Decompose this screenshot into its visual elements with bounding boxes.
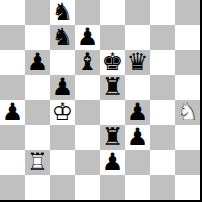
piece-black-knight: ♞: [50, 25, 75, 50]
square-d5[interactable]: [75, 75, 100, 100]
square-c3[interactable]: [50, 125, 75, 150]
square-d8[interactable]: [75, 0, 100, 25]
square-h7[interactable]: [175, 25, 200, 50]
square-a7[interactable]: [0, 25, 25, 50]
square-d6[interactable]: ♝: [75, 50, 100, 75]
square-g5[interactable]: [150, 75, 175, 100]
square-a4[interactable]: ♟: [0, 100, 25, 125]
square-f8[interactable]: [125, 0, 150, 25]
piece-black-pawn: ♟: [50, 75, 75, 100]
piece-black-knight: ♞: [50, 0, 75, 25]
square-c7[interactable]: ♞: [50, 25, 75, 50]
square-c2[interactable]: [50, 150, 75, 175]
square-f3[interactable]: ♟: [125, 125, 150, 150]
square-e4[interactable]: [100, 100, 125, 125]
square-h1[interactable]: [175, 175, 200, 200]
square-a8[interactable]: [0, 0, 25, 25]
chess-board-frame: ♞♞♟♟♝♚♛♟♜♟♚♟♞♜♟♜♟: [0, 0, 202, 202]
square-h6[interactable]: [175, 50, 200, 75]
square-c5[interactable]: ♟: [50, 75, 75, 100]
square-h2[interactable]: [175, 150, 200, 175]
square-h8[interactable]: [175, 0, 200, 25]
piece-white-king: ♚: [50, 100, 75, 125]
piece-black-king: ♚: [100, 50, 125, 75]
square-b4[interactable]: [25, 100, 50, 125]
piece-black-pawn: ♟: [25, 50, 50, 75]
square-a2[interactable]: [0, 150, 25, 175]
square-g1[interactable]: [150, 175, 175, 200]
piece-black-pawn: ♟: [0, 100, 25, 125]
square-a3[interactable]: [0, 125, 25, 150]
chess-board: ♞♞♟♟♝♚♛♟♜♟♚♟♞♜♟♜♟: [0, 0, 200, 200]
square-e3[interactable]: ♜: [100, 125, 125, 150]
square-h4[interactable]: ♞: [175, 100, 200, 125]
square-a6[interactable]: [0, 50, 25, 75]
square-g8[interactable]: [150, 0, 175, 25]
square-f7[interactable]: [125, 25, 150, 50]
square-e8[interactable]: [100, 0, 125, 25]
square-f5[interactable]: [125, 75, 150, 100]
square-e6[interactable]: ♚: [100, 50, 125, 75]
square-f1[interactable]: [125, 175, 150, 200]
square-b7[interactable]: [25, 25, 50, 50]
piece-black-pawn: ♟: [125, 100, 150, 125]
square-a5[interactable]: [0, 75, 25, 100]
piece-white-rook: ♜: [25, 150, 50, 175]
square-f6[interactable]: ♛: [125, 50, 150, 75]
square-f2[interactable]: [125, 150, 150, 175]
square-d7[interactable]: ♟: [75, 25, 100, 50]
square-h5[interactable]: [175, 75, 200, 100]
square-h3[interactable]: [175, 125, 200, 150]
piece-black-pawn: ♟: [100, 150, 125, 175]
square-e7[interactable]: [100, 25, 125, 50]
piece-black-rook: ♜: [100, 125, 125, 150]
square-a1[interactable]: [0, 175, 25, 200]
piece-black-rook: ♜: [100, 75, 125, 100]
piece-black-pawn: ♟: [125, 125, 150, 150]
piece-black-queen: ♛: [125, 50, 150, 75]
piece-black-pawn: ♟: [75, 25, 100, 50]
square-d2[interactable]: [75, 150, 100, 175]
square-c1[interactable]: [50, 175, 75, 200]
square-g4[interactable]: [150, 100, 175, 125]
square-c8[interactable]: ♞: [50, 0, 75, 25]
piece-white-knight: ♞: [175, 100, 200, 125]
square-g7[interactable]: [150, 25, 175, 50]
square-g2[interactable]: [150, 150, 175, 175]
square-f4[interactable]: ♟: [125, 100, 150, 125]
piece-black-bishop: ♝: [75, 50, 100, 75]
square-b3[interactable]: [25, 125, 50, 150]
square-c4[interactable]: ♚: [50, 100, 75, 125]
square-g3[interactable]: [150, 125, 175, 150]
square-e1[interactable]: [100, 175, 125, 200]
square-b5[interactable]: [25, 75, 50, 100]
square-e2[interactable]: ♟: [100, 150, 125, 175]
square-d4[interactable]: [75, 100, 100, 125]
square-b8[interactable]: [25, 0, 50, 25]
square-b2[interactable]: ♜: [25, 150, 50, 175]
square-c6[interactable]: [50, 50, 75, 75]
square-d3[interactable]: [75, 125, 100, 150]
square-e5[interactable]: ♜: [100, 75, 125, 100]
square-b1[interactable]: [25, 175, 50, 200]
square-b6[interactable]: ♟: [25, 50, 50, 75]
square-d1[interactable]: [75, 175, 100, 200]
square-g6[interactable]: [150, 50, 175, 75]
